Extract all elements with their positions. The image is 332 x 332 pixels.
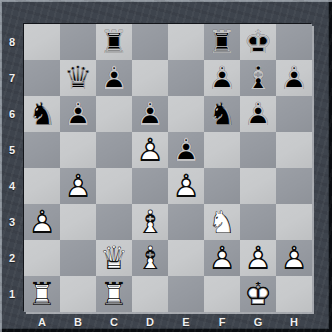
square-a6[interactable]: ♞♘: [24, 96, 60, 132]
file-label-e: E: [168, 312, 204, 332]
white-pawn[interactable]: ♟♙: [168, 168, 204, 204]
square-b7[interactable]: ♛♕: [60, 60, 96, 96]
rook-outline-glyph: ♖: [24, 276, 60, 312]
rook-fill-glyph: ♜: [24, 276, 60, 312]
square-d7[interactable]: [132, 60, 168, 96]
chess-diagram: 87654321 ABCDEFGH ♜♖♜♖♚♔♛♕♟♙♟♙♝♗♟♙♞♘♟♙♟♙…: [0, 0, 332, 332]
black-knight[interactable]: ♞♘: [24, 96, 60, 132]
rank-label-8: 8: [0, 24, 24, 60]
bishop-outline-glyph: ♗: [132, 204, 168, 240]
file-label-c: C: [96, 312, 132, 332]
rank-label-7: 7: [0, 60, 24, 96]
square-f3[interactable]: ♞♘: [204, 204, 240, 240]
chess-board: ♜♖♜♖♚♔♛♕♟♙♟♙♝♗♟♙♞♘♟♙♟♙♞♘♟♙♟♙♟♙♟♙♟♙♟♙♝♗♞♘…: [24, 24, 312, 312]
square-f8[interactable]: ♜♖: [204, 24, 240, 60]
square-a8[interactable]: [24, 24, 60, 60]
square-d6[interactable]: ♟♙: [132, 96, 168, 132]
rook-fill-glyph: ♜: [96, 24, 132, 60]
black-pawn[interactable]: ♟♙: [168, 132, 204, 168]
rank-label-2: 2: [0, 240, 24, 276]
square-e2[interactable]: [168, 240, 204, 276]
rook-fill-glyph: ♜: [96, 276, 132, 312]
square-h6[interactable]: [276, 96, 312, 132]
pawn-fill-glyph: ♟: [132, 132, 168, 168]
square-h3[interactable]: [276, 204, 312, 240]
white-queen[interactable]: ♛♕: [96, 240, 132, 276]
black-pawn[interactable]: ♟♙: [204, 60, 240, 96]
square-c5[interactable]: [96, 132, 132, 168]
square-g7[interactable]: ♝♗: [240, 60, 276, 96]
square-g6[interactable]: ♟♙: [240, 96, 276, 132]
square-b6[interactable]: ♟♙: [60, 96, 96, 132]
square-b2[interactable]: [60, 240, 96, 276]
pawn-fill-glyph: ♟: [60, 96, 96, 132]
square-c3[interactable]: [96, 204, 132, 240]
pawn-fill-glyph: ♟: [60, 168, 96, 204]
king-fill-glyph: ♚: [240, 276, 276, 312]
square-e4[interactable]: ♟♙: [168, 168, 204, 204]
bishop-fill-glyph: ♝: [240, 60, 276, 96]
square-a7[interactable]: [24, 60, 60, 96]
square-h1[interactable]: [276, 276, 312, 312]
square-h7[interactable]: ♟♙: [276, 60, 312, 96]
rook-outline-glyph: ♖: [96, 276, 132, 312]
square-f2[interactable]: ♟♙: [204, 240, 240, 276]
pawn-fill-glyph: ♟: [276, 240, 312, 276]
white-bishop[interactable]: ♝♗: [132, 204, 168, 240]
square-a4[interactable]: [24, 168, 60, 204]
knight-outline-glyph: ♘: [204, 204, 240, 240]
pawn-outline-glyph: ♙: [204, 240, 240, 276]
pawn-outline-glyph: ♙: [276, 240, 312, 276]
file-label-g: G: [240, 312, 276, 332]
pawn-fill-glyph: ♟: [168, 132, 204, 168]
bishop-outline-glyph: ♗: [240, 60, 276, 96]
pawn-fill-glyph: ♟: [96, 60, 132, 96]
square-d5[interactable]: ♟♙: [132, 132, 168, 168]
square-h8[interactable]: [276, 24, 312, 60]
white-pawn[interactable]: ♟♙: [276, 240, 312, 276]
file-label-d: D: [132, 312, 168, 332]
knight-fill-glyph: ♞: [24, 96, 60, 132]
rank-labels: 87654321: [0, 24, 24, 312]
king-fill-glyph: ♚: [240, 24, 276, 60]
white-rook[interactable]: ♜♖: [24, 276, 60, 312]
square-f7[interactable]: ♟♙: [204, 60, 240, 96]
square-h2[interactable]: ♟♙: [276, 240, 312, 276]
black-pawn[interactable]: ♟♙: [276, 60, 312, 96]
rook-outline-glyph: ♖: [96, 24, 132, 60]
bishop-outline-glyph: ♗: [132, 240, 168, 276]
pawn-outline-glyph: ♙: [24, 204, 60, 240]
pawn-outline-glyph: ♙: [276, 60, 312, 96]
black-queen[interactable]: ♛♕: [60, 60, 96, 96]
file-label-a: A: [24, 312, 60, 332]
black-pawn[interactable]: ♟♙: [240, 96, 276, 132]
square-g5[interactable]: [240, 132, 276, 168]
white-pawn[interactable]: ♟♙: [132, 132, 168, 168]
queen-fill-glyph: ♛: [96, 240, 132, 276]
pawn-fill-glyph: ♟: [132, 96, 168, 132]
white-knight[interactable]: ♞♘: [204, 204, 240, 240]
rank-label-6: 6: [0, 96, 24, 132]
pawn-fill-glyph: ♟: [240, 240, 276, 276]
square-c2[interactable]: ♛♕: [96, 240, 132, 276]
square-e5[interactable]: ♟♙: [168, 132, 204, 168]
pawn-outline-glyph: ♙: [96, 60, 132, 96]
rank-label-5: 5: [0, 132, 24, 168]
file-label-f: F: [204, 312, 240, 332]
rank-label-4: 4: [0, 168, 24, 204]
pawn-fill-glyph: ♟: [168, 168, 204, 204]
pawn-outline-glyph: ♙: [132, 96, 168, 132]
square-a1[interactable]: ♜♖: [24, 276, 60, 312]
black-rook[interactable]: ♜♖: [96, 24, 132, 60]
white-pawn[interactable]: ♟♙: [24, 204, 60, 240]
pawn-outline-glyph: ♙: [168, 132, 204, 168]
square-h4[interactable]: [276, 168, 312, 204]
pawn-outline-glyph: ♙: [168, 168, 204, 204]
square-c1[interactable]: ♜♖: [96, 276, 132, 312]
square-b4[interactable]: ♟♙: [60, 168, 96, 204]
rook-outline-glyph: ♖: [204, 24, 240, 60]
square-e6[interactable]: [168, 96, 204, 132]
square-e7[interactable]: [168, 60, 204, 96]
bishop-fill-glyph: ♝: [132, 204, 168, 240]
queen-outline-glyph: ♕: [60, 60, 96, 96]
square-g3[interactable]: [240, 204, 276, 240]
square-d4[interactable]: [132, 168, 168, 204]
square-g2[interactable]: ♟♙: [240, 240, 276, 276]
king-outline-glyph: ♔: [240, 24, 276, 60]
pawn-outline-glyph: ♙: [60, 168, 96, 204]
white-pawn[interactable]: ♟♙: [240, 240, 276, 276]
square-g4[interactable]: [240, 168, 276, 204]
knight-outline-glyph: ♘: [24, 96, 60, 132]
square-d2[interactable]: ♝♗: [132, 240, 168, 276]
square-e1[interactable]: [168, 276, 204, 312]
square-c8[interactable]: ♜♖: [96, 24, 132, 60]
black-bishop[interactable]: ♝♗: [240, 60, 276, 96]
bishop-fill-glyph: ♝: [132, 240, 168, 276]
knight-outline-glyph: ♘: [204, 96, 240, 132]
square-e8[interactable]: [168, 24, 204, 60]
square-b3[interactable]: [60, 204, 96, 240]
king-outline-glyph: ♔: [240, 276, 276, 312]
pawn-outline-glyph: ♙: [132, 132, 168, 168]
pawn-outline-glyph: ♙: [240, 240, 276, 276]
queen-outline-glyph: ♕: [96, 240, 132, 276]
square-g1[interactable]: ♚♔: [240, 276, 276, 312]
queen-fill-glyph: ♛: [60, 60, 96, 96]
square-b5[interactable]: [60, 132, 96, 168]
knight-fill-glyph: ♞: [204, 204, 240, 240]
square-h5[interactable]: [276, 132, 312, 168]
pawn-outline-glyph: ♙: [204, 60, 240, 96]
square-f1[interactable]: [204, 276, 240, 312]
black-pawn[interactable]: ♟♙: [96, 60, 132, 96]
white-bishop[interactable]: ♝♗: [132, 240, 168, 276]
pawn-fill-glyph: ♟: [204, 240, 240, 276]
white-pawn[interactable]: ♟♙: [60, 168, 96, 204]
square-a3[interactable]: ♟♙: [24, 204, 60, 240]
white-rook[interactable]: ♜♖: [96, 276, 132, 312]
file-label-b: B: [60, 312, 96, 332]
knight-fill-glyph: ♞: [204, 96, 240, 132]
square-g8[interactable]: ♚♔: [240, 24, 276, 60]
square-f6[interactable]: ♞♘: [204, 96, 240, 132]
black-pawn[interactable]: ♟♙: [60, 96, 96, 132]
black-pawn[interactable]: ♟♙: [132, 96, 168, 132]
rook-fill-glyph: ♜: [204, 24, 240, 60]
black-king[interactable]: ♚♔: [240, 24, 276, 60]
white-pawn[interactable]: ♟♙: [204, 240, 240, 276]
square-c6[interactable]: [96, 96, 132, 132]
white-king[interactable]: ♚♔: [240, 276, 276, 312]
rank-label-1: 1: [0, 276, 24, 312]
pawn-outline-glyph: ♙: [240, 96, 276, 132]
square-d3[interactable]: ♝♗: [132, 204, 168, 240]
square-b1[interactable]: [60, 276, 96, 312]
rank-label-3: 3: [0, 204, 24, 240]
square-a2[interactable]: [24, 240, 60, 276]
square-d1[interactable]: [132, 276, 168, 312]
file-label-h: H: [276, 312, 312, 332]
pawn-fill-glyph: ♟: [240, 96, 276, 132]
black-rook[interactable]: ♜♖: [204, 24, 240, 60]
square-a5[interactable]: [24, 132, 60, 168]
pawn-fill-glyph: ♟: [204, 60, 240, 96]
square-b8[interactable]: [60, 24, 96, 60]
square-f4[interactable]: [204, 168, 240, 204]
file-labels: ABCDEFGH: [24, 312, 312, 332]
square-e3[interactable]: [168, 204, 204, 240]
pawn-outline-glyph: ♙: [60, 96, 96, 132]
square-d8[interactable]: [132, 24, 168, 60]
square-c7[interactable]: ♟♙: [96, 60, 132, 96]
square-f5[interactable]: [204, 132, 240, 168]
pawn-fill-glyph: ♟: [24, 204, 60, 240]
black-knight[interactable]: ♞♘: [204, 96, 240, 132]
square-c4[interactable]: [96, 168, 132, 204]
pawn-fill-glyph: ♟: [276, 60, 312, 96]
